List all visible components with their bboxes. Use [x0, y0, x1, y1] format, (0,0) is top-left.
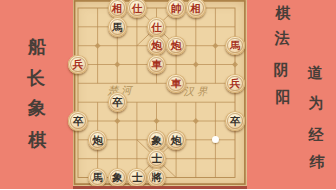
piece-glyph: 仕 [132, 3, 143, 14]
piece-black-pawn[interactable]: 卒 [225, 111, 245, 131]
left-caption-char-1: 船 [28, 35, 46, 59]
piece-glyph: 炮 [92, 135, 103, 146]
piece-glyph: 車 [151, 59, 162, 70]
piece-red-advisor[interactable]: 仕 [127, 0, 147, 18]
right-caption-col1-char-2: 法 [275, 29, 290, 48]
piece-glyph: 仕 [151, 22, 162, 33]
left-caption-char-3: 象 [28, 96, 46, 120]
right-caption-col2-char-4: 纬 [310, 153, 325, 172]
right-caption-col2-char-3: 经 [309, 126, 324, 145]
piece-glyph: 帥 [171, 3, 182, 14]
piece-red-horse[interactable]: 馬 [225, 36, 245, 56]
xiangqi-board[interactable]: 楚河 汉界 相仕帥相仕馬炮炮馬兵車車兵卒卒卒炮象炮士馬象士將 [73, 0, 247, 186]
piece-red-elephant[interactable]: 相 [186, 0, 206, 18]
piece-glyph: 兵 [73, 59, 84, 70]
piece-glyph: 相 [112, 3, 123, 14]
left-caption-char-4: 棋 [28, 128, 46, 152]
piece-black-cannon[interactable]: 炮 [166, 130, 186, 150]
piece-glyph: 卒 [112, 97, 123, 108]
piece-glyph: 炮 [171, 135, 182, 146]
piece-glyph: 馬 [92, 172, 103, 183]
board-bottom-shadow [73, 186, 247, 190]
right-caption-col2-char-1: 道 [308, 64, 323, 83]
piece-black-horse[interactable]: 馬 [108, 17, 128, 37]
right-caption-col1-char-4: 阳 [276, 88, 291, 107]
piece-black-pawn[interactable]: 卒 [108, 92, 128, 112]
right-caption-col2-char-2: 为 [309, 94, 324, 113]
piece-red-pawn[interactable]: 兵 [225, 74, 245, 94]
piece-glyph: 士 [132, 172, 143, 183]
piece-black-elephant[interactable]: 象 [108, 168, 128, 188]
piece-black-advisor[interactable]: 士 [127, 168, 147, 188]
piece-red-rook[interactable]: 車 [166, 74, 186, 94]
piece-red-cannon[interactable]: 炮 [166, 36, 186, 56]
river-label-right: 汉界 [184, 85, 211, 99]
piece-black-pawn[interactable]: 卒 [68, 111, 88, 131]
right-caption-col1-char-3: 阴 [274, 61, 289, 80]
piece-glyph: 炮 [151, 40, 162, 51]
left-caption-char-2: 长 [27, 66, 45, 90]
piece-glyph: 馬 [112, 22, 123, 33]
piece-black-elephant[interactable]: 象 [147, 130, 167, 150]
piece-glyph: 炮 [171, 40, 182, 51]
piece-glyph: 卒 [230, 116, 241, 127]
piece-glyph: 象 [151, 135, 162, 146]
piece-glyph: 象 [112, 172, 123, 183]
piece-glyph: 相 [191, 3, 202, 14]
piece-glyph: 馬 [230, 40, 241, 51]
piece-glyph: 將 [151, 172, 162, 183]
piece-red-pawn[interactable]: 兵 [68, 55, 88, 75]
right-caption-col1-char-1: 棋 [276, 4, 291, 23]
piece-glyph: 兵 [230, 78, 241, 89]
piece-black-cannon[interactable]: 炮 [88, 130, 108, 150]
piece-glyph: 士 [151, 153, 162, 164]
piece-red-king[interactable]: 帥 [166, 0, 186, 18]
video-frame: 船 长 象 棋 棋 法 阴 阳 道 为 经 纬 [0, 0, 336, 189]
piece-glyph: 車 [171, 78, 182, 89]
piece-red-elephant[interactable]: 相 [108, 0, 128, 18]
piece-glyph: 卒 [73, 116, 84, 127]
piece-red-advisor[interactable]: 仕 [147, 17, 167, 37]
